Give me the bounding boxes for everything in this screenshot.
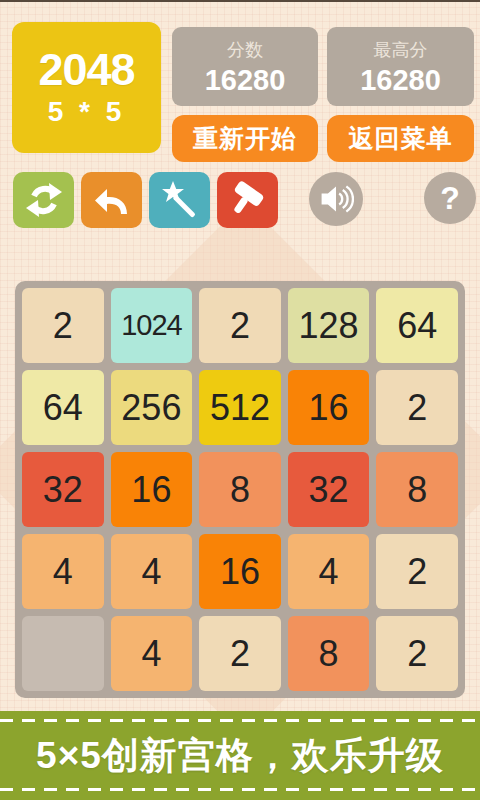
banner-dashed-line-bottom bbox=[0, 788, 480, 791]
best-score-value: 16280 bbox=[360, 64, 441, 96]
tile-8-r3c5: 8 bbox=[376, 452, 458, 527]
tile-32-r3c1: 32 bbox=[22, 452, 104, 527]
tile-1024-r1c2: 1024 bbox=[111, 288, 193, 363]
tile-16-r4c3: 16 bbox=[199, 534, 281, 609]
sound-button[interactable] bbox=[309, 172, 363, 226]
top-edge-line bbox=[0, 0, 480, 2]
question-mark-icon: ? bbox=[440, 180, 460, 217]
tile-64-r1c5: 64 bbox=[376, 288, 458, 363]
tile-64-r2c1: 64 bbox=[22, 370, 104, 445]
score-box: 分数 16280 bbox=[172, 27, 318, 106]
score-value: 16280 bbox=[205, 64, 286, 96]
tile-512-r2c3: 512 bbox=[199, 370, 281, 445]
score-label: 分数 bbox=[227, 38, 263, 62]
hammer-icon bbox=[228, 180, 268, 220]
tile-8-r3c3: 8 bbox=[199, 452, 281, 527]
restart-button[interactable]: 重新开始 bbox=[172, 115, 318, 162]
tile-16-r3c2: 16 bbox=[111, 452, 193, 527]
tile-4-r4c4: 4 bbox=[288, 534, 370, 609]
app-screen: 2048 5 * 5 分数 16280 最高分 16280 重新开始 返回菜单 bbox=[0, 0, 480, 800]
tile-8-r5c4: 8 bbox=[288, 616, 370, 691]
logo-subtitle: 5 * 5 bbox=[48, 95, 126, 129]
refresh-button[interactable] bbox=[13, 172, 74, 228]
banner-dashed-line-top bbox=[0, 719, 480, 722]
tile-4-r5c2: 4 bbox=[111, 616, 193, 691]
tile-16-r2c4: 16 bbox=[288, 370, 370, 445]
tile-2-r2c5: 2 bbox=[376, 370, 458, 445]
undo-button[interactable] bbox=[81, 172, 142, 228]
tile-32-r3c4: 32 bbox=[288, 452, 370, 527]
game-board[interactable]: 2102421286464256512162321683284416424282 bbox=[15, 281, 465, 698]
refresh-icon bbox=[24, 180, 64, 220]
footer-banner: 5×5创新宫格，欢乐升级 bbox=[0, 711, 480, 800]
tile-2-r1c3: 2 bbox=[199, 288, 281, 363]
banner-text: 5×5创新宫格，欢乐升级 bbox=[36, 731, 444, 781]
magic-wand-button[interactable] bbox=[149, 172, 210, 228]
empty-cell-r5c1 bbox=[22, 616, 104, 691]
hammer-button[interactable] bbox=[217, 172, 278, 228]
help-button[interactable]: ? bbox=[424, 172, 476, 224]
best-score-box: 最高分 16280 bbox=[327, 27, 474, 106]
tile-2-r5c5: 2 bbox=[376, 616, 458, 691]
tile-4-r4c1: 4 bbox=[22, 534, 104, 609]
tile-2-r4c5: 2 bbox=[376, 534, 458, 609]
logo-2048: 2048 5 * 5 bbox=[12, 22, 161, 153]
tile-128-r1c4: 128 bbox=[288, 288, 370, 363]
tile-4-r4c2: 4 bbox=[111, 534, 193, 609]
undo-arrow-icon bbox=[92, 180, 132, 220]
best-score-label: 最高分 bbox=[374, 38, 428, 62]
tile-256-r2c2: 256 bbox=[111, 370, 193, 445]
speaker-icon bbox=[318, 181, 354, 217]
tile-2-r5c3: 2 bbox=[199, 616, 281, 691]
magic-wand-icon bbox=[160, 180, 200, 220]
logo-title: 2048 bbox=[38, 47, 134, 93]
tile-2-r1c1: 2 bbox=[22, 288, 104, 363]
back-to-menu-button[interactable]: 返回菜单 bbox=[327, 115, 474, 162]
